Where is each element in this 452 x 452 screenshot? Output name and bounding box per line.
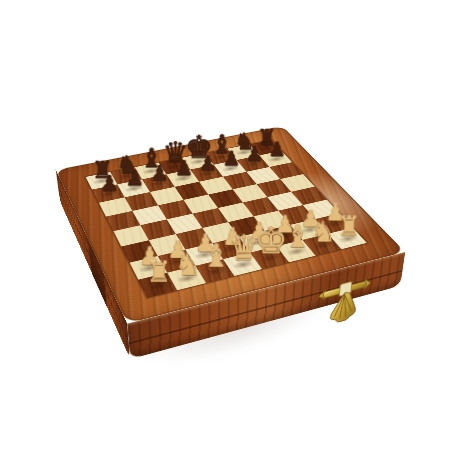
white-rook-icon: ♜ [134,258,182,286]
product-photo-scene: ♜♞♝♛♚♝♞♜♟♟♟♟♟♟♟♟♟♟♟♟♟♟♟♟♜♞♝♛♚♝♞♜ [0,0,452,452]
chess-box: ♜♞♝♛♚♝♞♜♟♟♟♟♟♟♟♟♟♟♟♟♟♟♟♟♜♞♝♛♚♝♞♜ [56,126,406,324]
brass-clasp-icon[interactable] [314,272,374,335]
